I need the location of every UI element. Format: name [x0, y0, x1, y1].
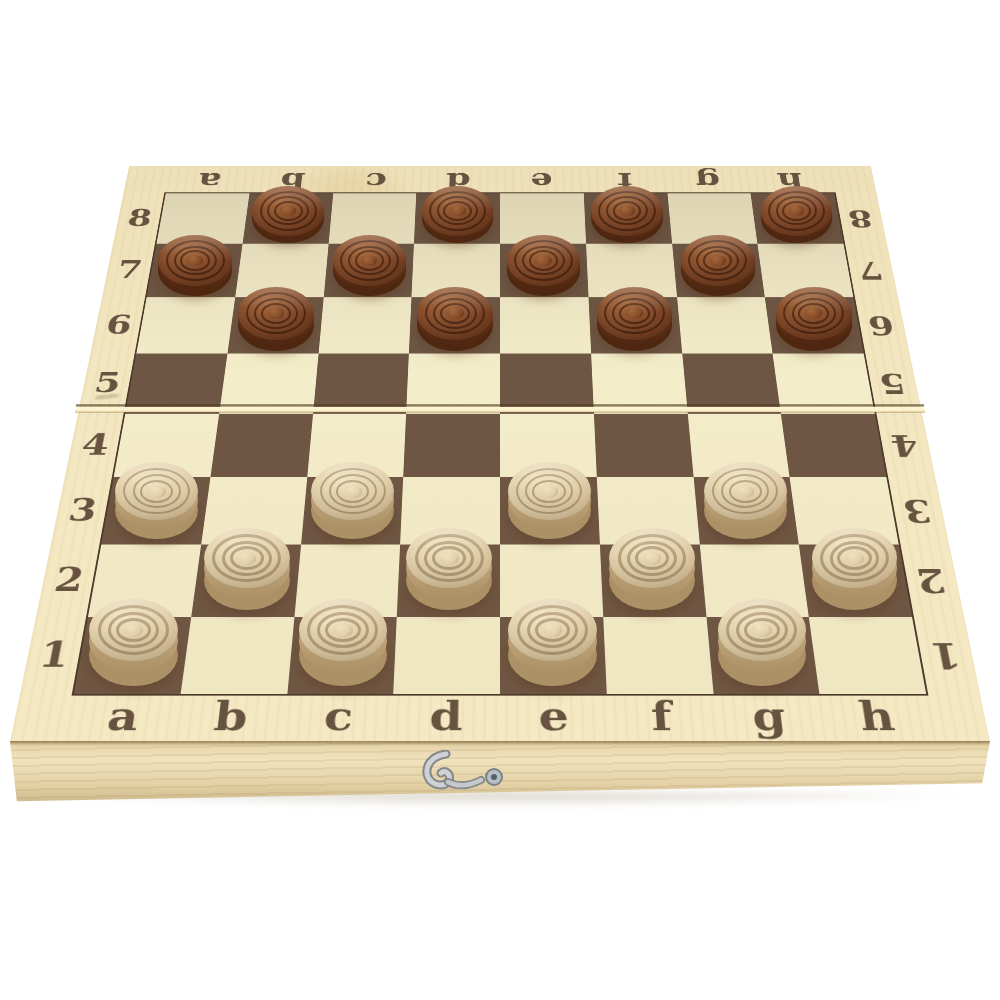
piece-gloss	[333, 235, 407, 287]
piece-part	[609, 528, 695, 588]
piece-light-g1[interactable]	[718, 599, 807, 686]
piece-dark-h8[interactable]	[761, 186, 833, 244]
file-label-bottom-a: a	[65, 692, 180, 740]
square-e6[interactable]	[500, 297, 591, 353]
piece-part	[591, 186, 663, 236]
piece-gloss	[761, 186, 833, 236]
square-g6[interactable]	[677, 297, 773, 353]
piece-light-f2[interactable]	[609, 528, 695, 610]
piece-part	[417, 287, 493, 340]
piece-part	[299, 599, 388, 661]
file-label-bottom-h: h	[819, 692, 934, 740]
piece-light-h2[interactable]	[812, 528, 898, 610]
piece-part	[406, 528, 492, 588]
file-label-bottom-f: f	[606, 692, 717, 740]
piece-gloss	[417, 287, 493, 340]
piece-dark-a7[interactable]	[158, 235, 232, 296]
square-h4[interactable]	[781, 413, 886, 477]
piece-part	[115, 462, 198, 520]
rank-label-right-6-glyph: 6	[853, 297, 909, 353]
rank-label-right-8-glyph: 8	[834, 193, 887, 243]
square-h1[interactable]	[809, 617, 926, 694]
piece-dark-e7[interactable]	[507, 235, 581, 296]
rank-label-right-4: 4	[875, 413, 936, 477]
piece-dark-g7[interactable]	[681, 235, 755, 296]
file-label-bottom-d: d	[391, 692, 500, 740]
piece-part	[238, 287, 314, 340]
piece-light-b2[interactable]	[204, 528, 290, 610]
piece-part	[704, 462, 787, 520]
piece-part	[761, 186, 833, 236]
rank-label-right-7-glyph: 7	[844, 244, 898, 297]
piece-gloss	[507, 235, 581, 287]
piece-light-c3[interactable]	[311, 462, 394, 539]
latch-hook-icon[interactable]	[415, 750, 530, 792]
piece-light-g3[interactable]	[704, 462, 787, 539]
rank-label-right-8: 8	[834, 193, 887, 243]
piece-part	[158, 235, 232, 287]
piece-gloss	[115, 462, 198, 520]
piece-part	[333, 235, 407, 287]
piece-light-d2[interactable]	[406, 528, 492, 610]
piece-gloss	[238, 287, 314, 340]
piece-gloss	[204, 528, 290, 588]
piece-part	[204, 528, 290, 588]
piece-gloss	[158, 235, 232, 287]
rank-label-right-4-glyph: 4	[875, 413, 936, 477]
product-photo-checkers-set: aabbccddeeffgghh8877665544332211	[0, 0, 1000, 1000]
piece-dark-b6[interactable]	[238, 287, 314, 352]
piece-gloss	[406, 528, 492, 588]
square-b1[interactable]	[180, 617, 294, 694]
piece-gloss	[508, 599, 597, 661]
square-d4[interactable]	[403, 413, 500, 477]
piece-part	[507, 235, 581, 287]
file-label-top-e: e	[500, 167, 584, 194]
piece-dark-f8[interactable]	[591, 186, 663, 244]
edge-shadow-line	[10, 741, 990, 745]
piece-part	[89, 599, 178, 661]
piece-part	[718, 599, 807, 661]
piece-light-e1[interactable]	[508, 599, 597, 686]
piece-part	[508, 462, 591, 520]
square-f4[interactable]	[594, 413, 694, 477]
file-label-bottom-e: e	[500, 692, 609, 740]
square-d1[interactable]	[393, 617, 500, 694]
piece-part	[597, 287, 673, 340]
square-f1[interactable]	[603, 617, 713, 694]
piece-gloss	[609, 528, 695, 588]
square-a6[interactable]	[136, 297, 235, 353]
piece-light-a1[interactable]	[89, 599, 178, 686]
piece-gloss	[718, 599, 807, 661]
fold-seam	[75, 404, 926, 413]
piece-gloss	[299, 599, 388, 661]
piece-dark-b8[interactable]	[252, 186, 324, 244]
file-label-bottom-b: b	[174, 692, 287, 740]
file-label-top-e-glyph: e	[500, 167, 584, 194]
file-label-top-c-glyph: c	[333, 167, 418, 194]
piece-part	[508, 599, 597, 661]
file-label-top-a-glyph: a	[166, 167, 253, 194]
file-label-top-g-glyph: g	[665, 167, 751, 194]
piece-light-e3[interactable]	[508, 462, 591, 539]
square-b4[interactable]	[210, 413, 312, 477]
piece-dark-f6[interactable]	[597, 287, 673, 352]
piece-gloss	[252, 186, 324, 236]
file-label-bottom-c: c	[283, 692, 394, 740]
piece-gloss	[704, 462, 787, 520]
piece-part	[252, 186, 324, 236]
piece-gloss	[508, 462, 591, 520]
piece-dark-c7[interactable]	[333, 235, 407, 296]
file-label-top-g: g	[665, 167, 751, 194]
file-label-top-a: a	[166, 167, 253, 194]
piece-gloss	[591, 186, 663, 236]
piece-light-c1[interactable]	[299, 599, 388, 686]
file-label-bottom-g: g	[713, 692, 826, 740]
piece-dark-d6[interactable]	[417, 287, 493, 352]
piece-gloss	[89, 599, 178, 661]
piece-light-a3[interactable]	[115, 462, 198, 539]
rank-label-right-7: 7	[844, 244, 898, 297]
file-label-top-c: c	[333, 167, 418, 194]
piece-part	[681, 235, 755, 287]
piece-dark-h6[interactable]	[776, 287, 852, 352]
piece-gloss	[597, 287, 673, 340]
piece-gloss	[422, 186, 494, 236]
piece-part	[422, 186, 494, 236]
piece-part	[776, 287, 852, 340]
square-c6[interactable]	[318, 297, 412, 353]
piece-gloss	[681, 235, 755, 287]
piece-dark-d8[interactable]	[422, 186, 494, 244]
rank-label-right-6: 6	[853, 297, 909, 353]
piece-gloss	[776, 287, 852, 340]
